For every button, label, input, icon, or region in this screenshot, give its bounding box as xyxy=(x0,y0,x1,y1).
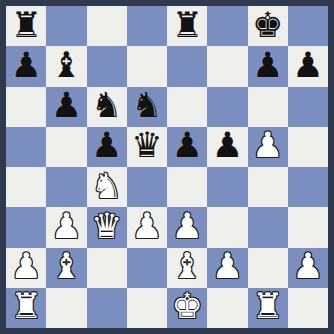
square-c6[interactable]: ♞ xyxy=(87,87,127,127)
square-f1[interactable] xyxy=(207,288,247,328)
square-c8[interactable] xyxy=(87,6,127,46)
square-e8[interactable]: ♜ xyxy=(167,6,207,46)
piece-black-king[interactable]: ♚ xyxy=(252,8,283,43)
square-g7[interactable]: ♟ xyxy=(248,46,288,86)
square-b1[interactable] xyxy=(46,288,86,328)
chess-board-frame: ♜♜♚♟♝♟♟♟♞♞♟♛♟♟♟♞♟♛♟♟♟♝♝♟♟♜♚♜ xyxy=(0,0,334,334)
square-b4[interactable] xyxy=(46,167,86,207)
square-a7[interactable]: ♟ xyxy=(6,46,46,86)
piece-black-knight[interactable]: ♞ xyxy=(131,88,162,123)
square-e5[interactable]: ♟ xyxy=(167,127,207,167)
piece-white-rook[interactable]: ♜ xyxy=(252,289,283,324)
square-a8[interactable]: ♜ xyxy=(6,6,46,46)
square-h8[interactable] xyxy=(288,6,328,46)
piece-white-bishop[interactable]: ♝ xyxy=(171,249,202,284)
square-f5[interactable]: ♟ xyxy=(207,127,247,167)
square-h1[interactable] xyxy=(288,288,328,328)
square-h4[interactable] xyxy=(288,167,328,207)
square-b7[interactable]: ♝ xyxy=(46,46,86,86)
square-d5[interactable]: ♛ xyxy=(127,127,167,167)
square-h7[interactable]: ♟ xyxy=(288,46,328,86)
square-f2[interactable]: ♟ xyxy=(207,248,247,288)
square-g4[interactable] xyxy=(248,167,288,207)
square-b2[interactable]: ♝ xyxy=(46,248,86,288)
square-a4[interactable] xyxy=(6,167,46,207)
square-h5[interactable] xyxy=(288,127,328,167)
square-c4[interactable]: ♞ xyxy=(87,167,127,207)
piece-black-bishop[interactable]: ♝ xyxy=(51,48,82,83)
piece-white-pawn[interactable]: ♟ xyxy=(252,128,283,163)
square-g1[interactable]: ♜ xyxy=(248,288,288,328)
square-h3[interactable] xyxy=(288,207,328,247)
square-f3[interactable] xyxy=(207,207,247,247)
square-e4[interactable] xyxy=(167,167,207,207)
square-d1[interactable] xyxy=(127,288,167,328)
piece-black-pawn[interactable]: ♟ xyxy=(51,88,82,123)
piece-black-rook[interactable]: ♜ xyxy=(10,8,41,43)
piece-black-pawn[interactable]: ♟ xyxy=(10,48,41,83)
square-d7[interactable] xyxy=(127,46,167,86)
piece-white-rook[interactable]: ♜ xyxy=(10,289,41,324)
square-f4[interactable] xyxy=(207,167,247,207)
square-d2[interactable] xyxy=(127,248,167,288)
piece-black-pawn[interactable]: ♟ xyxy=(252,48,283,83)
square-e7[interactable] xyxy=(167,46,207,86)
square-g3[interactable] xyxy=(248,207,288,247)
square-e6[interactable] xyxy=(167,87,207,127)
square-a3[interactable] xyxy=(6,207,46,247)
piece-black-pawn[interactable]: ♟ xyxy=(171,128,202,163)
square-d6[interactable]: ♞ xyxy=(127,87,167,127)
piece-black-pawn[interactable]: ♟ xyxy=(91,128,122,163)
square-d3[interactable]: ♟ xyxy=(127,207,167,247)
square-e3[interactable]: ♟ xyxy=(167,207,207,247)
square-c2[interactable] xyxy=(87,248,127,288)
square-g8[interactable]: ♚ xyxy=(248,6,288,46)
piece-white-pawn[interactable]: ♟ xyxy=(171,209,202,244)
piece-white-king[interactable]: ♚ xyxy=(171,289,202,324)
square-b5[interactable] xyxy=(46,127,86,167)
piece-black-pawn[interactable]: ♟ xyxy=(212,128,243,163)
piece-black-knight[interactable]: ♞ xyxy=(91,88,122,123)
piece-black-rook[interactable]: ♜ xyxy=(171,8,202,43)
square-c1[interactable] xyxy=(87,288,127,328)
square-a5[interactable] xyxy=(6,127,46,167)
square-f8[interactable] xyxy=(207,6,247,46)
piece-white-pawn[interactable]: ♟ xyxy=(292,249,323,284)
square-c5[interactable]: ♟ xyxy=(87,127,127,167)
piece-white-knight[interactable]: ♞ xyxy=(91,169,122,204)
square-e1[interactable]: ♚ xyxy=(167,288,207,328)
square-b3[interactable]: ♟ xyxy=(46,207,86,247)
square-h2[interactable]: ♟ xyxy=(288,248,328,288)
piece-white-pawn[interactable]: ♟ xyxy=(131,209,162,244)
square-c7[interactable] xyxy=(87,46,127,86)
square-d8[interactable] xyxy=(127,6,167,46)
chess-board: ♜♜♚♟♝♟♟♟♞♞♟♛♟♟♟♞♟♛♟♟♟♝♝♟♟♜♚♜ xyxy=(6,6,328,328)
piece-white-pawn[interactable]: ♟ xyxy=(51,209,82,244)
piece-white-pawn[interactable]: ♟ xyxy=(10,249,41,284)
square-a6[interactable] xyxy=(6,87,46,127)
square-e2[interactable]: ♝ xyxy=(167,248,207,288)
square-a1[interactable]: ♜ xyxy=(6,288,46,328)
square-d4[interactable] xyxy=(127,167,167,207)
square-g2[interactable] xyxy=(248,248,288,288)
square-g6[interactable] xyxy=(248,87,288,127)
piece-white-bishop[interactable]: ♝ xyxy=(51,249,82,284)
square-g5[interactable]: ♟ xyxy=(248,127,288,167)
square-f7[interactable] xyxy=(207,46,247,86)
square-f6[interactable] xyxy=(207,87,247,127)
square-c3[interactable]: ♛ xyxy=(87,207,127,247)
piece-black-queen[interactable]: ♛ xyxy=(131,128,162,163)
square-a2[interactable]: ♟ xyxy=(6,248,46,288)
piece-black-pawn[interactable]: ♟ xyxy=(292,48,323,83)
piece-white-queen[interactable]: ♛ xyxy=(91,209,122,244)
square-b8[interactable] xyxy=(46,6,86,46)
piece-white-pawn[interactable]: ♟ xyxy=(212,249,243,284)
square-h6[interactable] xyxy=(288,87,328,127)
square-b6[interactable]: ♟ xyxy=(46,87,86,127)
